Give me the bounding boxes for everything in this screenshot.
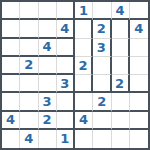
cell-r2c3[interactable] — [39, 20, 57, 38]
cell-r1c6[interactable] — [93, 2, 111, 20]
cell-r4c4[interactable] — [57, 57, 75, 75]
cell-r3c7[interactable] — [112, 39, 130, 57]
cell-r8c4: 1 — [57, 130, 75, 148]
cell-r8c3[interactable] — [39, 130, 57, 148]
cell-r1c4[interactable] — [57, 2, 75, 20]
cell-r5c6[interactable] — [93, 75, 111, 93]
cell-r2c1[interactable] — [2, 20, 20, 38]
cell-r7c8[interactable] — [130, 112, 148, 130]
cell-r7c1: 4 — [2, 112, 20, 130]
cell-r2c7[interactable] — [112, 20, 130, 38]
cell-r1c3[interactable] — [39, 2, 57, 20]
cell-r6c5[interactable] — [75, 93, 93, 111]
cell-r6c7[interactable] — [112, 93, 130, 111]
puzzle-board: 144244322323242441 — [0, 0, 150, 150]
cell-r3c5[interactable] — [75, 39, 93, 57]
cell-r7c6[interactable] — [93, 112, 111, 130]
cell-r8c5[interactable] — [75, 130, 93, 148]
cell-r1c2[interactable] — [20, 2, 38, 20]
cell-r2c2[interactable] — [20, 20, 38, 38]
cell-r7c7[interactable] — [112, 112, 130, 130]
cell-r4c5: 2 — [75, 57, 93, 75]
cell-r5c1[interactable] — [2, 75, 20, 93]
cell-r6c3: 3 — [39, 93, 57, 111]
cell-r4c7[interactable] — [112, 57, 130, 75]
cell-r1c7: 4 — [112, 2, 130, 20]
cell-r5c4: 3 — [57, 75, 75, 93]
cell-r8c2: 4 — [20, 130, 38, 148]
cell-r5c8[interactable] — [130, 75, 148, 93]
cell-r5c3[interactable] — [39, 75, 57, 93]
cell-r8c7[interactable] — [112, 130, 130, 148]
cell-r3c2[interactable] — [20, 39, 38, 57]
cell-r7c2[interactable] — [20, 112, 38, 130]
cell-r3c8[interactable] — [130, 39, 148, 57]
cell-r8c1[interactable] — [2, 130, 20, 148]
cell-r6c6: 2 — [93, 93, 111, 111]
cell-r4c2: 2 — [20, 57, 38, 75]
cell-r6c8[interactable] — [130, 93, 148, 111]
cell-r2c8: 4 — [130, 20, 148, 38]
cell-r5c2[interactable] — [20, 75, 38, 93]
cell-r7c5: 4 — [75, 112, 93, 130]
cell-r3c1[interactable] — [2, 39, 20, 57]
cell-r3c3: 4 — [39, 39, 57, 57]
cell-r3c6: 3 — [93, 39, 111, 57]
cell-r2c4: 4 — [57, 20, 75, 38]
cell-r6c4[interactable] — [57, 93, 75, 111]
cell-r1c1[interactable] — [2, 2, 20, 20]
cell-r8c8[interactable] — [130, 130, 148, 148]
cell-r1c5: 1 — [75, 2, 93, 20]
cell-r4c6[interactable] — [93, 57, 111, 75]
cell-r5c7: 2 — [112, 75, 130, 93]
cell-r2c6: 2 — [93, 20, 111, 38]
cell-r5c5[interactable] — [75, 75, 93, 93]
cell-r8c6[interactable] — [93, 130, 111, 148]
cell-r2c5[interactable] — [75, 20, 93, 38]
cell-r4c3[interactable] — [39, 57, 57, 75]
cell-r4c8[interactable] — [130, 57, 148, 75]
cell-r6c1[interactable] — [2, 93, 20, 111]
cell-r1c8[interactable] — [130, 2, 148, 20]
cell-r7c4[interactable] — [57, 112, 75, 130]
cell-r3c4[interactable] — [57, 39, 75, 57]
cell-r4c1[interactable] — [2, 57, 20, 75]
cell-r7c3: 2 — [39, 112, 57, 130]
cell-r6c2[interactable] — [20, 93, 38, 111]
